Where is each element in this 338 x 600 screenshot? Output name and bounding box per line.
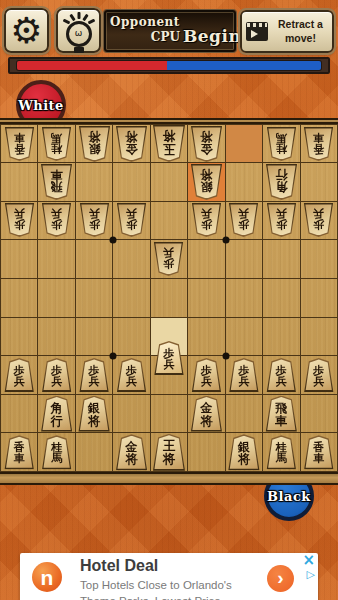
cpu-label: CPU [151, 31, 180, 44]
black-knight[interactable]: 桂馬 [266, 435, 297, 469]
white-pawn[interactable]: 歩兵 [4, 203, 35, 237]
white-pawn[interactable]: 歩兵 [116, 203, 147, 237]
opponent-label: Opponent [110, 16, 180, 29]
cell-r6-c6[interactable] [188, 318, 225, 357]
piece-kanji: 歩兵 [230, 359, 258, 390]
white-lance[interactable]: 香車 [303, 127, 334, 161]
piece-kanji: 桂馬 [267, 437, 295, 468]
cell-r9-c6[interactable] [188, 433, 225, 472]
cell-r3-c9[interactable]: 歩兵 [301, 202, 338, 241]
black-gold[interactable]: 金将 [115, 434, 148, 470]
cell-r6-c1[interactable] [1, 318, 38, 357]
black-gold[interactable]: 金将 [190, 396, 223, 432]
ad-cta-button[interactable]: › [267, 565, 294, 592]
piece-kanji: 角行 [42, 397, 72, 430]
cell-r3-c2[interactable]: 歩兵 [38, 202, 75, 241]
white-player-label: White [18, 98, 64, 113]
cell-r1-c6[interactable]: 金将 [188, 124, 225, 163]
piece-kanji: 桂馬 [43, 128, 71, 159]
cell-r3-c5[interactable] [151, 202, 188, 241]
cell-r8-c7[interactable] [226, 395, 263, 434]
ad-logo-letter: n [41, 567, 54, 588]
cell-r5-c1[interactable] [1, 279, 38, 318]
cell-r7-c9[interactable]: 歩兵 [301, 356, 338, 395]
piece-kanji: 王将 [153, 435, 184, 469]
ad-logo-icon: n [32, 562, 62, 592]
piece-kanji: 歩兵 [155, 342, 183, 373]
piece-kanji: 角行 [266, 165, 296, 198]
cell-r5-c5[interactable] [151, 279, 188, 318]
cell-r4-c5[interactable]: 歩兵 [151, 240, 188, 279]
gear-icon: ⚙ [10, 13, 42, 49]
lightbulb-icon: ω [66, 21, 92, 47]
board-frame-bottom [0, 472, 338, 485]
piece-kanji: 香車 [5, 128, 33, 159]
cell-r4-c6[interactable] [188, 240, 225, 279]
cell-r8-c2[interactable]: 角行 [38, 395, 75, 434]
piece-kanji: 歩兵 [192, 205, 220, 236]
piece-kanji: 歩兵 [80, 359, 108, 390]
piece-kanji: 銀将 [79, 397, 109, 430]
piece-kanji: 金将 [117, 436, 147, 469]
cell-r1-c7[interactable] [226, 124, 263, 163]
ad-close-icon[interactable]: × [302, 553, 315, 568]
white-lance[interactable]: 香車 [4, 127, 35, 161]
black-silver[interactable]: 銀将 [78, 396, 111, 432]
piece-kanji: 歩兵 [43, 205, 71, 236]
white-king[interactable]: 玉将 [152, 125, 186, 162]
white-rook[interactable]: 飛車 [40, 164, 73, 200]
piece-kanji: 歩兵 [267, 359, 295, 390]
black-pawn[interactable]: 歩兵 [116, 358, 147, 392]
ad-title[interactable]: Hotel Deal [80, 557, 158, 575]
piece-kanji: 香車 [5, 437, 33, 468]
cell-r3-c3[interactable]: 歩兵 [76, 202, 113, 241]
piece-kanji: 歩兵 [80, 205, 108, 236]
cell-r1-c3[interactable]: 銀将 [76, 124, 113, 163]
cell-r2-c8[interactable]: 角行 [263, 163, 300, 202]
piece-kanji: 歩兵 [118, 205, 146, 236]
piece-kanji: 金将 [191, 127, 221, 160]
cell-r2-c7[interactable] [226, 163, 263, 202]
cell-r4-c3[interactable] [76, 240, 113, 279]
retract-move-label: Retract a move! [273, 18, 328, 44]
cell-r6-c4[interactable] [113, 318, 150, 357]
cell-r1-c5[interactable]: 玉将 [151, 124, 188, 163]
cell-r7-c1[interactable]: 歩兵 [1, 356, 38, 395]
piece-kanji: 歩兵 [305, 205, 333, 236]
cell-r9-c5[interactable]: 王将 [151, 433, 188, 472]
white-pawn[interactable]: 歩兵 [228, 203, 259, 237]
piece-kanji: 歩兵 [305, 359, 333, 390]
black-pawn[interactable]: 歩兵 [266, 358, 297, 392]
cell-r4-c7[interactable] [226, 240, 263, 279]
hoshi-dot [222, 237, 229, 244]
cell-r9-c4[interactable]: 金将 [113, 433, 150, 472]
black-lance[interactable]: 香車 [303, 435, 334, 469]
black-pawn[interactable]: 歩兵 [228, 358, 259, 392]
piece-kanji: 歩兵 [5, 205, 33, 236]
cell-r5-c2[interactable] [38, 279, 75, 318]
cell-r7-c5[interactable]: 歩兵 [151, 356, 188, 395]
white-pawn[interactable]: 歩兵 [303, 203, 334, 237]
white-gold[interactable]: 金将 [190, 126, 223, 162]
black-knight[interactable]: 桂馬 [41, 435, 72, 469]
piece-kanji: 歩兵 [192, 359, 220, 390]
cell-r2-c4[interactable] [113, 163, 150, 202]
cell-r7-c8[interactable]: 歩兵 [263, 356, 300, 395]
cell-r7-c2[interactable]: 歩兵 [38, 356, 75, 395]
piece-kanji: 金将 [117, 127, 147, 160]
cell-r3-c4[interactable]: 歩兵 [113, 202, 150, 241]
cell-r8-c9[interactable] [301, 395, 338, 434]
black-king[interactable]: 王将 [152, 434, 186, 471]
white-gold[interactable]: 金将 [115, 126, 148, 162]
chevron-right-icon: › [277, 568, 283, 587]
cell-r4-c9[interactable] [301, 240, 338, 279]
white-bishop[interactable]: 角行 [265, 164, 298, 200]
hoshi-dot [110, 353, 117, 360]
white-advantage-bar [17, 61, 167, 70]
cell-r9-c8[interactable]: 桂馬 [263, 433, 300, 472]
cell-r9-c7[interactable]: 銀将 [226, 433, 263, 472]
cell-r1-c9[interactable]: 香車 [301, 124, 338, 163]
black-pawn[interactable]: 歩兵 [4, 358, 35, 392]
cell-r8-c3[interactable]: 銀将 [76, 395, 113, 434]
cell-r9-c2[interactable]: 桂馬 [38, 433, 75, 472]
white-pawn[interactable]: 歩兵 [41, 203, 72, 237]
cell-r3-c1[interactable]: 歩兵 [1, 202, 38, 241]
white-silver[interactable]: 銀将 [78, 126, 111, 162]
white-pawn[interactable]: 歩兵 [153, 242, 184, 276]
cell-r7-c4[interactable]: 歩兵 [113, 356, 150, 395]
cell-r6-c3[interactable] [76, 318, 113, 357]
cell-r5-c8[interactable] [263, 279, 300, 318]
cell-r8-c5[interactable] [151, 395, 188, 434]
adchoices-icon[interactable]: ▷ [307, 569, 315, 580]
hoshi-dot [222, 353, 229, 360]
white-pawn[interactable]: 歩兵 [266, 203, 297, 237]
piece-kanji: 歩兵 [118, 359, 146, 390]
cell-r8-c8[interactable]: 飛車 [263, 395, 300, 434]
shogi-app-screen: ⚙ ω Opponent CPU Beginner Retract a move… [0, 0, 338, 600]
cell-r5-c9[interactable] [301, 279, 338, 318]
cell-r8-c6[interactable]: 金将 [188, 395, 225, 434]
piece-kanji: 歩兵 [43, 359, 71, 390]
black-pawn[interactable]: 歩兵 [79, 358, 110, 392]
piece-kanji: 銀将 [229, 436, 259, 469]
cell-r6-c8[interactable] [263, 318, 300, 357]
piece-kanji: 歩兵 [267, 205, 295, 236]
white-knight[interactable]: 桂馬 [266, 127, 297, 161]
ad-subtitle-line1: Top Hotels Close to Orlando's [80, 579, 232, 591]
cell-r2-c1[interactable] [1, 163, 38, 202]
hoshi-dot [110, 237, 117, 244]
cell-r8-c4[interactable] [113, 395, 150, 434]
black-rook[interactable]: 飛車 [265, 396, 298, 432]
cell-r2-c9[interactable] [301, 163, 338, 202]
hint-button[interactable]: ω [56, 8, 101, 53]
piece-kanji: 香車 [305, 128, 333, 159]
cell-r1-c8[interactable]: 桂馬 [263, 124, 300, 163]
black-bishop[interactable]: 角行 [40, 396, 73, 432]
settings-button[interactable]: ⚙ [4, 8, 49, 53]
white-silver[interactable]: 銀将 [190, 164, 223, 200]
cell-r1-c2[interactable]: 桂馬 [38, 124, 75, 163]
cell-r8-c1[interactable] [1, 395, 38, 434]
piece-kanji: 歩兵 [155, 244, 183, 275]
cell-r3-c7[interactable]: 歩兵 [226, 202, 263, 241]
cell-r7-c6[interactable]: 歩兵 [188, 356, 225, 395]
piece-kanji: 玉将 [153, 127, 184, 161]
board-grid[interactable]: 香車桂馬銀将金将玉将金将桂馬香車飛車銀将角行歩兵歩兵歩兵歩兵歩兵歩兵歩兵歩兵歩兵… [0, 124, 338, 472]
cell-r3-c8[interactable]: 歩兵 [263, 202, 300, 241]
ad-banner[interactable]: n Hotel Deal Top Hotels Close to Orlando… [20, 553, 318, 600]
opponent-panel: Opponent CPU Beginner [104, 10, 236, 52]
cell-r2-c6[interactable]: 銀将 [188, 163, 225, 202]
clapperboard-icon [246, 22, 268, 41]
piece-kanji: 飛車 [42, 165, 72, 198]
cell-r1-c1[interactable]: 香車 [1, 124, 38, 163]
retract-move-button[interactable]: Retract a move! [240, 10, 334, 53]
ad-subtitle-line2: Theme Parks, Lowest Price [80, 595, 221, 600]
black-player-label: Black [267, 489, 311, 504]
white-pawn[interactable]: 歩兵 [191, 203, 222, 237]
black-pawn[interactable]: 歩兵 [41, 358, 72, 392]
cell-r6-c7[interactable] [226, 318, 263, 357]
piece-kanji: 桂馬 [43, 437, 71, 468]
piece-kanji: 香車 [305, 437, 333, 468]
cell-r5-c6[interactable] [188, 279, 225, 318]
black-pawn[interactable]: 歩兵 [303, 358, 334, 392]
black-advantage-bar [167, 61, 321, 70]
cell-r5-c4[interactable] [113, 279, 150, 318]
black-silver[interactable]: 銀将 [227, 434, 260, 470]
cell-r4-c4[interactable] [113, 240, 150, 279]
cell-r2-c5[interactable] [151, 163, 188, 202]
piece-kanji: 桂馬 [267, 128, 295, 159]
cell-r7-c3[interactable]: 歩兵 [76, 356, 113, 395]
piece-kanji: 歩兵 [230, 205, 258, 236]
white-pawn[interactable]: 歩兵 [79, 203, 110, 237]
cell-r4-c1[interactable] [1, 240, 38, 279]
cell-r2-c3[interactable] [76, 163, 113, 202]
evaluation-bar [8, 57, 330, 74]
cell-r6-c2[interactable] [38, 318, 75, 357]
cell-r1-c4[interactable]: 金将 [113, 124, 150, 163]
piece-kanji: 飛車 [266, 397, 296, 430]
cell-r5-c7[interactable] [226, 279, 263, 318]
piece-kanji: 銀将 [191, 165, 221, 198]
cell-r3-c6[interactable]: 歩兵 [188, 202, 225, 241]
black-pawn[interactable]: 歩兵 [191, 358, 222, 392]
piece-kanji: 銀将 [79, 127, 109, 160]
cell-r7-c7[interactable]: 歩兵 [226, 356, 263, 395]
cell-r4-c8[interactable] [263, 240, 300, 279]
cell-r9-c9[interactable]: 香車 [301, 433, 338, 472]
black-lance[interactable]: 香車 [4, 435, 35, 469]
cell-r5-c3[interactable] [76, 279, 113, 318]
piece-kanji: 歩兵 [5, 359, 33, 390]
cell-r9-c3[interactable] [76, 433, 113, 472]
cell-r6-c9[interactable] [301, 318, 338, 357]
white-knight[interactable]: 桂馬 [41, 127, 72, 161]
cell-r2-c2[interactable]: 飛車 [38, 163, 75, 202]
piece-kanji: 金将 [191, 397, 221, 430]
cell-r9-c1[interactable]: 香車 [1, 433, 38, 472]
cell-r4-c2[interactable] [38, 240, 75, 279]
